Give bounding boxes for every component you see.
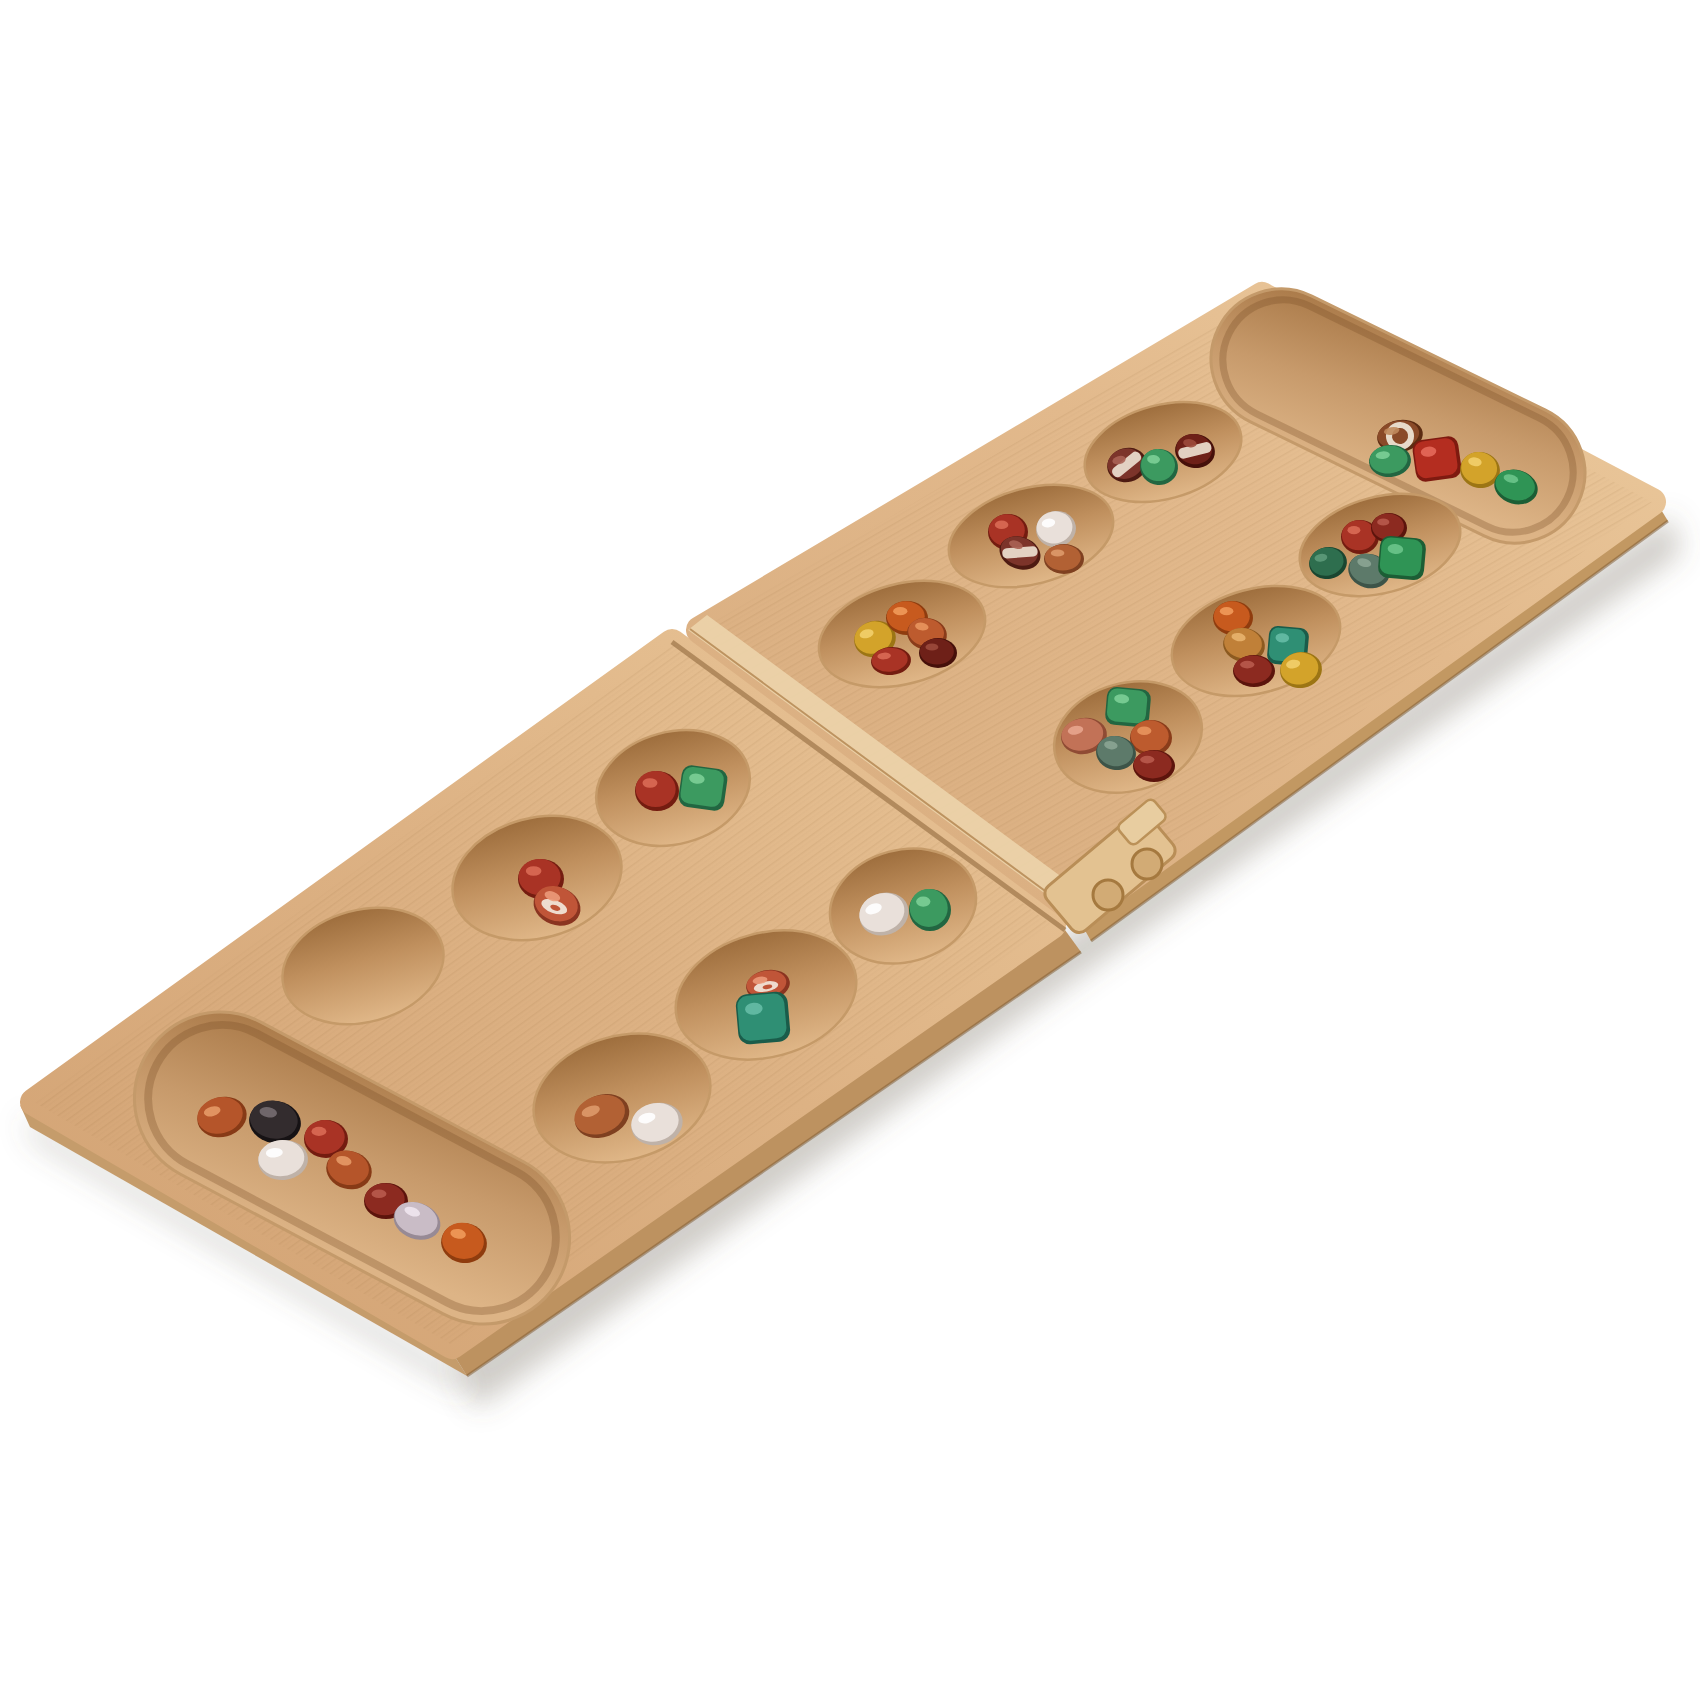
stone-red [635, 771, 679, 811]
stone-bigred [1411, 435, 1462, 483]
stone-green [677, 764, 728, 812]
stone-deepmaroon [919, 638, 957, 668]
stone-orangebrown [1044, 544, 1084, 574]
stone-bggreen [1377, 535, 1426, 581]
photo-background [0, 0, 1700, 1700]
hinge-dowel-icon [1132, 849, 1162, 879]
hinge-dowel-icon [1093, 880, 1123, 910]
stone-teal [735, 991, 791, 1045]
mancala-board-photo [0, 0, 1700, 1700]
stone-green [909, 889, 951, 931]
stone-darkred [1133, 750, 1175, 782]
